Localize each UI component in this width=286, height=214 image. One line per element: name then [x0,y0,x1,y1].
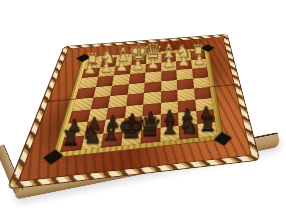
square [143,91,160,104]
square [142,103,160,117]
chess-board: ♜♞♝♚♛♝♞♜♟♟♟♟♟♟♟♟♟♟♟♟♟♟♟♟♜♞♝♚♛♝♞♜ [7,34,261,190]
chess-set-photo: ♜♞♝♚♛♝♞♜♟♟♟♟♟♟♟♟♟♟♟♟♟♟♟♟♜♞♝♚♛♝♞♜ [0,0,286,214]
perspective-wrapper: ♜♞♝♚♛♝♞♜♟♟♟♟♟♟♟♟♟♟♟♟♟♟♟♟♜♞♝♚♛♝♞♜ [0,0,286,214]
